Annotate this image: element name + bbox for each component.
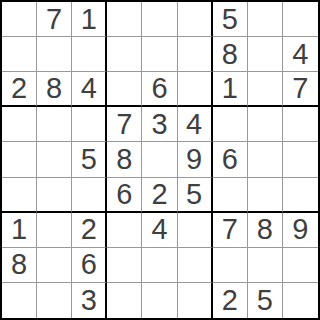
cell-r4c6[interactable]: 4 (178, 107, 213, 142)
cell-r4c4[interactable]: 7 (107, 107, 142, 142)
cell-r4c2[interactable] (37, 107, 72, 142)
cell-r4c3[interactable] (72, 107, 107, 142)
cell-r9c9[interactable] (283, 283, 318, 318)
cell-r6c7[interactable] (213, 178, 248, 213)
cell-r8c9[interactable] (283, 248, 318, 283)
cell-r4c7[interactable] (213, 107, 248, 142)
cell-r1c6[interactable] (178, 2, 213, 37)
cell-r3c1[interactable]: 2 (2, 72, 37, 107)
cell-r6c9[interactable] (283, 178, 318, 213)
cell-r2c2[interactable] (37, 37, 72, 72)
cell-r9c2[interactable] (37, 283, 72, 318)
cell-r9c7[interactable]: 2 (213, 283, 248, 318)
cell-r8c1[interactable]: 8 (2, 248, 37, 283)
cell-r8c8[interactable] (248, 248, 283, 283)
cell-r5c6[interactable]: 9 (178, 142, 213, 177)
cell-r8c7[interactable] (213, 248, 248, 283)
cell-r5c7[interactable]: 6 (213, 142, 248, 177)
sudoku-board: 71584284617734589662512478986325 (0, 0, 320, 320)
cell-r1c2[interactable]: 7 (37, 2, 72, 37)
cell-r3c3[interactable]: 4 (72, 72, 107, 107)
cell-r1c4[interactable] (107, 2, 142, 37)
cell-r7c7[interactable]: 7 (213, 213, 248, 248)
cell-r6c8[interactable] (248, 178, 283, 213)
cell-r2c9[interactable]: 4 (283, 37, 318, 72)
cell-r9c6[interactable] (178, 283, 213, 318)
cell-r1c1[interactable] (2, 2, 37, 37)
cell-r9c5[interactable] (142, 283, 177, 318)
cell-r4c9[interactable] (283, 107, 318, 142)
cell-r5c3[interactable]: 5 (72, 142, 107, 177)
cell-r3c8[interactable] (248, 72, 283, 107)
cell-r9c8[interactable]: 5 (248, 283, 283, 318)
cell-r3c4[interactable] (107, 72, 142, 107)
cell-r4c5[interactable]: 3 (142, 107, 177, 142)
cell-r1c5[interactable] (142, 2, 177, 37)
cell-r2c4[interactable] (107, 37, 142, 72)
cell-r9c4[interactable] (107, 283, 142, 318)
cell-r3c7[interactable]: 1 (213, 72, 248, 107)
cell-r6c1[interactable] (2, 178, 37, 213)
cell-r6c4[interactable]: 6 (107, 178, 142, 213)
cell-r7c1[interactable]: 1 (2, 213, 37, 248)
cell-r7c8[interactable]: 8 (248, 213, 283, 248)
cell-r1c7[interactable]: 5 (213, 2, 248, 37)
cell-r3c5[interactable]: 6 (142, 72, 177, 107)
cell-r5c8[interactable] (248, 142, 283, 177)
cell-r2c8[interactable] (248, 37, 283, 72)
cell-r9c3[interactable]: 3 (72, 283, 107, 318)
cell-r2c3[interactable] (72, 37, 107, 72)
cell-r6c5[interactable]: 2 (142, 178, 177, 213)
cell-r5c2[interactable] (37, 142, 72, 177)
cell-r1c9[interactable] (283, 2, 318, 37)
cell-r8c2[interactable] (37, 248, 72, 283)
cell-r8c5[interactable] (142, 248, 177, 283)
cell-r2c6[interactable] (178, 37, 213, 72)
cell-r3c6[interactable] (178, 72, 213, 107)
cell-r6c6[interactable]: 5 (178, 178, 213, 213)
cell-r3c9[interactable]: 7 (283, 72, 318, 107)
cell-r7c4[interactable] (107, 213, 142, 248)
cell-r5c4[interactable]: 8 (107, 142, 142, 177)
cell-r7c2[interactable] (37, 213, 72, 248)
cell-r8c3[interactable]: 6 (72, 248, 107, 283)
cell-r9c1[interactable] (2, 283, 37, 318)
cell-r2c1[interactable] (2, 37, 37, 72)
cell-r2c5[interactable] (142, 37, 177, 72)
cell-r5c5[interactable] (142, 142, 177, 177)
cell-r6c2[interactable] (37, 178, 72, 213)
cell-r7c9[interactable]: 9 (283, 213, 318, 248)
cell-r5c9[interactable] (283, 142, 318, 177)
cell-r3c2[interactable]: 8 (37, 72, 72, 107)
cell-r7c5[interactable]: 4 (142, 213, 177, 248)
cell-r7c3[interactable]: 2 (72, 213, 107, 248)
cell-r8c4[interactable] (107, 248, 142, 283)
cell-r2c7[interactable]: 8 (213, 37, 248, 72)
cell-r4c1[interactable] (2, 107, 37, 142)
cell-r1c8[interactable] (248, 2, 283, 37)
cell-r6c3[interactable] (72, 178, 107, 213)
cell-r5c1[interactable] (2, 142, 37, 177)
cell-r8c6[interactable] (178, 248, 213, 283)
cell-r7c6[interactable] (178, 213, 213, 248)
cell-r1c3[interactable]: 1 (72, 2, 107, 37)
cell-r4c8[interactable] (248, 107, 283, 142)
